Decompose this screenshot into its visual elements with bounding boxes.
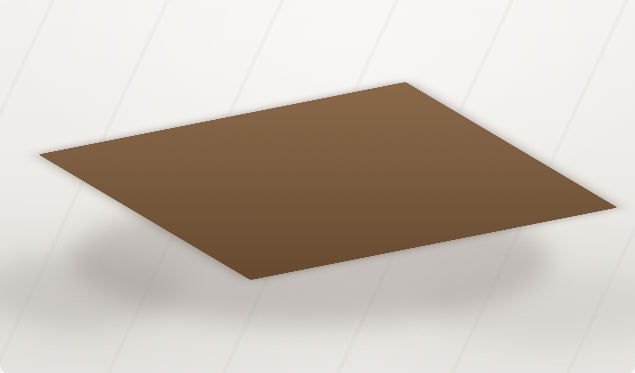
pieces-layer	[0, 0, 635, 373]
wobble-chess-set-photo	[0, 0, 635, 373]
